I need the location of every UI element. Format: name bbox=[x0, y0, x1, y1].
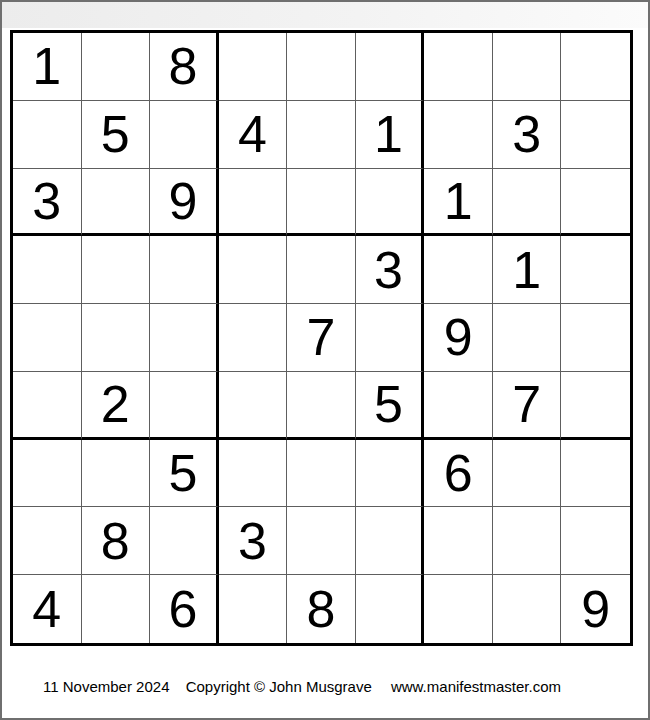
sudoku-cell-r3c7[interactable]: 1 bbox=[424, 169, 493, 237]
sudoku-cell-r6c6[interactable]: 5 bbox=[356, 372, 425, 440]
sudoku-cell-r8c5[interactable] bbox=[287, 507, 356, 575]
sudoku-cell-r8c6[interactable] bbox=[356, 507, 425, 575]
sudoku-cell-r4c8[interactable]: 1 bbox=[493, 236, 562, 304]
sudoku-cell-r5c8[interactable] bbox=[493, 304, 562, 372]
sudoku-cell-r3c8[interactable] bbox=[493, 169, 562, 237]
sudoku-cell-r5c5[interactable]: 7 bbox=[287, 304, 356, 372]
sudoku-cell-r8c1[interactable] bbox=[13, 507, 82, 575]
sudoku-cell-r2c9[interactable] bbox=[561, 101, 630, 169]
sudoku-cell-r8c7[interactable] bbox=[424, 507, 493, 575]
sudoku-cell-r1c5[interactable] bbox=[287, 33, 356, 101]
sudoku-cell-r9c5[interactable]: 8 bbox=[287, 575, 356, 643]
sudoku-cell-r2c1[interactable] bbox=[13, 101, 82, 169]
sudoku-cell-r6c2[interactable]: 2 bbox=[82, 372, 151, 440]
sudoku-cell-r8c9[interactable] bbox=[561, 507, 630, 575]
sudoku-cell-r9c3[interactable]: 6 bbox=[150, 575, 219, 643]
sudoku-cell-r6c7[interactable] bbox=[424, 372, 493, 440]
sudoku-cell-r7c7[interactable]: 6 bbox=[424, 440, 493, 508]
sudoku-cell-r5c3[interactable] bbox=[150, 304, 219, 372]
sudoku-grid: 185413391317925756834689 bbox=[10, 30, 633, 646]
sudoku-cell-r3c5[interactable] bbox=[287, 169, 356, 237]
sudoku-cell-r4c7[interactable] bbox=[424, 236, 493, 304]
sudoku-cell-r5c6[interactable] bbox=[356, 304, 425, 372]
sudoku-cell-r7c4[interactable] bbox=[219, 440, 288, 508]
sudoku-cell-r4c2[interactable] bbox=[82, 236, 151, 304]
sudoku-cell-r1c1[interactable]: 1 bbox=[13, 33, 82, 101]
sudoku-cell-r4c6[interactable]: 3 bbox=[356, 236, 425, 304]
puzzle-page: 185413391317925756834689 11 November 202… bbox=[0, 0, 650, 720]
sudoku-cell-r9c6[interactable] bbox=[356, 575, 425, 643]
sudoku-cell-r9c8[interactable] bbox=[493, 575, 562, 643]
sudoku-cell-r1c7[interactable] bbox=[424, 33, 493, 101]
sudoku-cell-r7c5[interactable] bbox=[287, 440, 356, 508]
sudoku-cell-r1c4[interactable] bbox=[219, 33, 288, 101]
sudoku-cell-r6c9[interactable] bbox=[561, 372, 630, 440]
sudoku-cell-r7c6[interactable] bbox=[356, 440, 425, 508]
sudoku-cell-r1c6[interactable] bbox=[356, 33, 425, 101]
sudoku-cell-r7c1[interactable] bbox=[13, 440, 82, 508]
sudoku-cell-r9c7[interactable] bbox=[424, 575, 493, 643]
sudoku-cell-r2c8[interactable]: 3 bbox=[493, 101, 562, 169]
sudoku-cell-r4c4[interactable] bbox=[219, 236, 288, 304]
sudoku-cell-r7c3[interactable]: 5 bbox=[150, 440, 219, 508]
sudoku-cell-r2c5[interactable] bbox=[287, 101, 356, 169]
sudoku-cell-r2c4[interactable]: 4 bbox=[219, 101, 288, 169]
sudoku-cell-r9c1[interactable]: 4 bbox=[13, 575, 82, 643]
sudoku-cell-r2c7[interactable] bbox=[424, 101, 493, 169]
sudoku-cell-r5c4[interactable] bbox=[219, 304, 288, 372]
sudoku-cell-r3c1[interactable]: 3 bbox=[13, 169, 82, 237]
sudoku-cell-r8c4[interactable]: 3 bbox=[219, 507, 288, 575]
sudoku-cell-r3c4[interactable] bbox=[219, 169, 288, 237]
sudoku-cell-r5c2[interactable] bbox=[82, 304, 151, 372]
sudoku-cell-r1c9[interactable] bbox=[561, 33, 630, 101]
sudoku-cell-r3c2[interactable] bbox=[82, 169, 151, 237]
sudoku-cell-r1c8[interactable] bbox=[493, 33, 562, 101]
sudoku-cell-r6c1[interactable] bbox=[13, 372, 82, 440]
sudoku-cell-r8c8[interactable] bbox=[493, 507, 562, 575]
sudoku-cell-r6c4[interactable] bbox=[219, 372, 288, 440]
sudoku-cell-r3c9[interactable] bbox=[561, 169, 630, 237]
footer-date: 11 November 2024 bbox=[43, 678, 169, 695]
sudoku-cell-r9c4[interactable] bbox=[219, 575, 288, 643]
sudoku-cell-r6c3[interactable] bbox=[150, 372, 219, 440]
sudoku-cell-r7c9[interactable] bbox=[561, 440, 630, 508]
sudoku-cell-r4c3[interactable] bbox=[150, 236, 219, 304]
footer: 11 November 2024 Copyright © John Musgra… bbox=[43, 678, 561, 696]
sudoku-cell-r4c1[interactable] bbox=[13, 236, 82, 304]
sudoku-cell-r3c3[interactable]: 9 bbox=[150, 169, 219, 237]
sudoku-cell-r6c8[interactable]: 7 bbox=[493, 372, 562, 440]
sudoku-cell-r7c2[interactable] bbox=[82, 440, 151, 508]
sudoku-cell-r9c9[interactable]: 9 bbox=[561, 575, 630, 643]
sudoku-cell-r7c8[interactable] bbox=[493, 440, 562, 508]
sudoku-cell-r9c2[interactable] bbox=[82, 575, 151, 643]
footer-copyright: Copyright © John Musgrave bbox=[186, 678, 372, 695]
sudoku-cell-r1c2[interactable] bbox=[82, 33, 151, 101]
footer-website: www.manifestmaster.com bbox=[391, 678, 561, 695]
sudoku-cell-r5c7[interactable]: 9 bbox=[424, 304, 493, 372]
sudoku-cell-r3c6[interactable] bbox=[356, 169, 425, 237]
sudoku-cell-r6c5[interactable] bbox=[287, 372, 356, 440]
sudoku-cell-r4c9[interactable] bbox=[561, 236, 630, 304]
sudoku-cell-r2c6[interactable]: 1 bbox=[356, 101, 425, 169]
sudoku-cell-r8c3[interactable] bbox=[150, 507, 219, 575]
sudoku-cell-r2c3[interactable] bbox=[150, 101, 219, 169]
sudoku-cell-r1c3[interactable]: 8 bbox=[150, 33, 219, 101]
sudoku-cell-r5c1[interactable] bbox=[13, 304, 82, 372]
sudoku-cell-r8c2[interactable]: 8 bbox=[82, 507, 151, 575]
sudoku-cell-r4c5[interactable] bbox=[287, 236, 356, 304]
sudoku-cell-r2c2[interactable]: 5 bbox=[82, 101, 151, 169]
sudoku-cell-r5c9[interactable] bbox=[561, 304, 630, 372]
top-band bbox=[2, 2, 648, 28]
